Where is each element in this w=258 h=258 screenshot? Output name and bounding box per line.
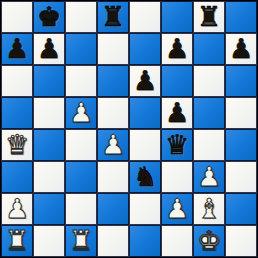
square-h3[interactable]: [225, 161, 257, 193]
square-b1[interactable]: [33, 225, 65, 257]
square-b3[interactable]: [33, 161, 65, 193]
square-d5[interactable]: [97, 97, 129, 129]
square-g1[interactable]: ♚: [193, 225, 225, 257]
square-a6[interactable]: [1, 65, 33, 97]
white-pawn[interactable]: ♟: [101, 130, 125, 160]
square-a5[interactable]: [1, 97, 33, 129]
square-c1[interactable]: ♜: [65, 225, 97, 257]
square-e3[interactable]: ♞: [129, 161, 161, 193]
black-knight[interactable]: ♞: [133, 162, 157, 192]
square-d6[interactable]: [97, 65, 129, 97]
square-h1[interactable]: [225, 225, 257, 257]
chess-board: ♚♜♜♟♟♟♟♟♟♟♛♟♛♞♟♟♟♝♜♜♚: [1, 1, 257, 257]
square-a4[interactable]: ♛: [1, 129, 33, 161]
white-pawn[interactable]: ♟: [197, 162, 221, 192]
square-g4[interactable]: [193, 129, 225, 161]
square-h4[interactable]: [225, 129, 257, 161]
square-c7[interactable]: [65, 33, 97, 65]
square-b2[interactable]: [33, 193, 65, 225]
square-a1[interactable]: ♜: [1, 225, 33, 257]
square-h2[interactable]: [225, 193, 257, 225]
square-f2[interactable]: ♟: [161, 193, 193, 225]
square-f6[interactable]: [161, 65, 193, 97]
square-d1[interactable]: [97, 225, 129, 257]
square-a2[interactable]: ♟: [1, 193, 33, 225]
square-d3[interactable]: [97, 161, 129, 193]
square-h8[interactable]: [225, 1, 257, 33]
square-b4[interactable]: [33, 129, 65, 161]
square-e4[interactable]: [129, 129, 161, 161]
square-b5[interactable]: [33, 97, 65, 129]
square-c6[interactable]: [65, 65, 97, 97]
square-a7[interactable]: ♟: [1, 33, 33, 65]
white-bishop[interactable]: ♝: [197, 194, 221, 224]
square-a8[interactable]: [1, 1, 33, 33]
square-f5[interactable]: ♟: [161, 97, 193, 129]
square-d8[interactable]: ♜: [97, 1, 129, 33]
square-e8[interactable]: [129, 1, 161, 33]
white-rook[interactable]: ♜: [69, 226, 93, 256]
square-d2[interactable]: [97, 193, 129, 225]
black-pawn[interactable]: ♟: [133, 66, 157, 96]
chess-board-frame: ♚♜♜♟♟♟♟♟♟♟♛♟♛♞♟♟♟♝♜♜♚: [0, 0, 258, 258]
square-f8[interactable]: [161, 1, 193, 33]
square-f7[interactable]: ♟: [161, 33, 193, 65]
black-pawn[interactable]: ♟: [37, 34, 61, 64]
square-h5[interactable]: [225, 97, 257, 129]
square-f3[interactable]: [161, 161, 193, 193]
square-g7[interactable]: [193, 33, 225, 65]
square-g3[interactable]: ♟: [193, 161, 225, 193]
black-queen[interactable]: ♛: [165, 130, 189, 160]
black-pawn[interactable]: ♟: [165, 34, 189, 64]
square-g8[interactable]: ♜: [193, 1, 225, 33]
white-pawn[interactable]: ♟: [5, 194, 29, 224]
square-e7[interactable]: [129, 33, 161, 65]
white-king[interactable]: ♚: [197, 226, 221, 256]
square-a3[interactable]: [1, 161, 33, 193]
white-pawn[interactable]: ♟: [165, 194, 189, 224]
black-pawn[interactable]: ♟: [165, 98, 189, 128]
square-c4[interactable]: [65, 129, 97, 161]
square-d4[interactable]: ♟: [97, 129, 129, 161]
square-d7[interactable]: [97, 33, 129, 65]
black-rook[interactable]: ♜: [197, 2, 221, 32]
square-h7[interactable]: ♟: [225, 33, 257, 65]
square-h6[interactable]: [225, 65, 257, 97]
black-king[interactable]: ♚: [37, 2, 61, 32]
white-queen[interactable]: ♛: [5, 130, 29, 160]
white-pawn[interactable]: ♟: [69, 98, 93, 128]
black-pawn[interactable]: ♟: [229, 34, 253, 64]
square-f1[interactable]: [161, 225, 193, 257]
square-c8[interactable]: [65, 1, 97, 33]
square-g6[interactable]: [193, 65, 225, 97]
square-b8[interactable]: ♚: [33, 1, 65, 33]
square-c2[interactable]: [65, 193, 97, 225]
square-g5[interactable]: [193, 97, 225, 129]
square-e6[interactable]: ♟: [129, 65, 161, 97]
square-c3[interactable]: [65, 161, 97, 193]
square-b6[interactable]: [33, 65, 65, 97]
square-e5[interactable]: [129, 97, 161, 129]
square-e2[interactable]: [129, 193, 161, 225]
square-c5[interactable]: ♟: [65, 97, 97, 129]
black-pawn[interactable]: ♟: [5, 34, 29, 64]
square-g2[interactable]: ♝: [193, 193, 225, 225]
black-rook[interactable]: ♜: [101, 2, 125, 32]
white-rook[interactable]: ♜: [5, 226, 29, 256]
square-b7[interactable]: ♟: [33, 33, 65, 65]
square-e1[interactable]: [129, 225, 161, 257]
square-f4[interactable]: ♛: [161, 129, 193, 161]
